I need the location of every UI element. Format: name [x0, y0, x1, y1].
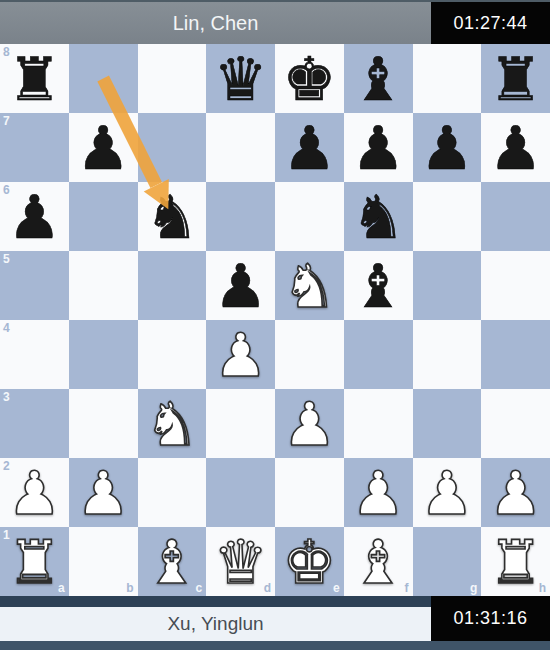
black-rook[interactable]: ♜ — [489, 49, 543, 109]
square-d4[interactable]: ♟ — [206, 320, 275, 389]
white-queen[interactable]: ♛ — [214, 532, 268, 592]
square-f7[interactable]: ♟ — [344, 113, 413, 182]
square-b6[interactable] — [69, 182, 138, 251]
square-e6[interactable] — [275, 182, 344, 251]
square-f4[interactable] — [344, 320, 413, 389]
square-a6[interactable]: 6♟ — [0, 182, 69, 251]
rank-label-8: 8 — [3, 46, 10, 58]
white-bishop[interactable]: ♝ — [145, 532, 199, 592]
black-pawn[interactable]: ♟ — [489, 118, 543, 178]
black-pawn[interactable]: ♟ — [76, 118, 130, 178]
bottom-player-name: Xu, Yinglun — [167, 613, 263, 635]
black-knight[interactable]: ♞ — [145, 187, 199, 247]
square-e3[interactable]: ♟ — [275, 389, 344, 458]
black-bishop[interactable]: ♝ — [351, 256, 405, 316]
white-rook[interactable]: ♜ — [7, 532, 61, 592]
white-rook[interactable]: ♜ — [489, 532, 543, 592]
black-pawn[interactable]: ♟ — [7, 187, 61, 247]
square-f3[interactable] — [344, 389, 413, 458]
square-f2[interactable]: ♟ — [344, 458, 413, 527]
square-d3[interactable] — [206, 389, 275, 458]
square-b8[interactable] — [69, 44, 138, 113]
bottom-player-clock: 01:31:16 — [431, 596, 550, 641]
square-d8[interactable]: ♛ — [206, 44, 275, 113]
white-pawn[interactable]: ♟ — [7, 463, 61, 523]
black-queen[interactable]: ♛ — [214, 49, 268, 109]
square-g6[interactable] — [413, 182, 482, 251]
rank-label-7: 7 — [3, 115, 10, 127]
black-pawn[interactable]: ♟ — [420, 118, 474, 178]
square-h2[interactable]: ♟ — [481, 458, 550, 527]
square-c6[interactable]: ♞ — [138, 182, 207, 251]
square-b1[interactable]: b — [69, 527, 138, 596]
square-f1[interactable]: f♝ — [344, 527, 413, 596]
chess-app-window: Lin, Chen 01:27:44 8♜♛♚♝♜7♟♟♟♟♟6♟♞♞5♟♞♝4… — [0, 0, 550, 650]
white-pawn[interactable]: ♟ — [214, 325, 268, 385]
white-knight[interactable]: ♞ — [282, 256, 336, 316]
rank-label-6: 6 — [3, 184, 10, 196]
file-label-b: b — [126, 582, 133, 594]
white-king[interactable]: ♚ — [282, 532, 336, 592]
rank-label-3: 3 — [3, 391, 10, 403]
square-c4[interactable] — [138, 320, 207, 389]
square-c2[interactable] — [138, 458, 207, 527]
square-e1[interactable]: e♚ — [275, 527, 344, 596]
white-pawn[interactable]: ♟ — [282, 394, 336, 454]
square-a7[interactable]: 7 — [0, 113, 69, 182]
file-label-g: g — [470, 582, 477, 594]
white-pawn[interactable]: ♟ — [351, 463, 405, 523]
square-h8[interactable]: ♜ — [481, 44, 550, 113]
square-c7[interactable] — [138, 113, 207, 182]
square-d6[interactable] — [206, 182, 275, 251]
white-knight[interactable]: ♞ — [145, 394, 199, 454]
square-f5[interactable]: ♝ — [344, 251, 413, 320]
rank-label-5: 5 — [3, 253, 10, 265]
white-pawn[interactable]: ♟ — [489, 463, 543, 523]
square-h6[interactable] — [481, 182, 550, 251]
square-h5[interactable] — [481, 251, 550, 320]
black-rook[interactable]: ♜ — [7, 49, 61, 109]
black-pawn[interactable]: ♟ — [214, 256, 268, 316]
top-player-name-wrap: Lin, Chen — [0, 2, 431, 44]
square-e7[interactable]: ♟ — [275, 113, 344, 182]
bottom-player-clock-time: 01:31:16 — [453, 608, 527, 629]
square-b7[interactable]: ♟ — [69, 113, 138, 182]
square-d2[interactable] — [206, 458, 275, 527]
chess-board: 8♜♛♚♝♜7♟♟♟♟♟6♟♞♞5♟♞♝4♟3♞♟2♟♟♟♟♟1a♜bc♝d♛e… — [0, 44, 550, 596]
square-a8[interactable]: 8♜ — [0, 44, 69, 113]
square-b3[interactable] — [69, 389, 138, 458]
square-g2[interactable]: ♟ — [413, 458, 482, 527]
square-c3[interactable]: ♞ — [138, 389, 207, 458]
square-c8[interactable] — [138, 44, 207, 113]
square-f6[interactable]: ♞ — [344, 182, 413, 251]
square-b4[interactable] — [69, 320, 138, 389]
bottom-player-name-wrap: Xu, Yinglun — [0, 607, 431, 641]
square-h7[interactable]: ♟ — [481, 113, 550, 182]
top-player-clock: 01:27:44 — [431, 2, 550, 44]
square-g1[interactable]: g — [413, 527, 482, 596]
top-player-name: Lin, Chen — [173, 12, 259, 35]
square-a3[interactable]: 3 — [0, 389, 69, 458]
square-e2[interactable] — [275, 458, 344, 527]
square-a2[interactable]: 2♟ — [0, 458, 69, 527]
black-knight[interactable]: ♞ — [351, 187, 405, 247]
square-d1[interactable]: d♛ — [206, 527, 275, 596]
square-g4[interactable] — [413, 320, 482, 389]
square-h1[interactable]: h♜ — [481, 527, 550, 596]
file-label-f: f — [405, 582, 409, 594]
square-h4[interactable] — [481, 320, 550, 389]
square-c1[interactable]: c♝ — [138, 527, 207, 596]
white-pawn[interactable]: ♟ — [420, 463, 474, 523]
square-f8[interactable]: ♝ — [344, 44, 413, 113]
square-a1[interactable]: 1a♜ — [0, 527, 69, 596]
square-e4[interactable] — [275, 320, 344, 389]
square-b2[interactable]: ♟ — [69, 458, 138, 527]
white-bishop[interactable]: ♝ — [351, 532, 405, 592]
rank-label-4: 4 — [3, 322, 10, 334]
square-c5[interactable] — [138, 251, 207, 320]
square-g3[interactable] — [413, 389, 482, 458]
square-a4[interactable]: 4 — [0, 320, 69, 389]
square-g5[interactable] — [413, 251, 482, 320]
square-h3[interactable] — [481, 389, 550, 458]
square-b5[interactable] — [69, 251, 138, 320]
square-g8[interactable] — [413, 44, 482, 113]
black-king[interactable]: ♚ — [282, 49, 336, 109]
square-g7[interactable]: ♟ — [413, 113, 482, 182]
top-player-bar: Lin, Chen 01:27:44 — [0, 0, 550, 44]
square-a5[interactable]: 5 — [0, 251, 69, 320]
square-e5[interactable]: ♞ — [275, 251, 344, 320]
black-bishop[interactable]: ♝ — [351, 49, 405, 109]
white-pawn[interactable]: ♟ — [76, 463, 130, 523]
bottom-edge-strip — [0, 641, 550, 650]
square-d7[interactable] — [206, 113, 275, 182]
black-pawn[interactable]: ♟ — [282, 118, 336, 178]
square-d5[interactable]: ♟ — [206, 251, 275, 320]
top-player-clock-time: 01:27:44 — [453, 13, 527, 34]
square-e8[interactable]: ♚ — [275, 44, 344, 113]
black-pawn[interactable]: ♟ — [351, 118, 405, 178]
